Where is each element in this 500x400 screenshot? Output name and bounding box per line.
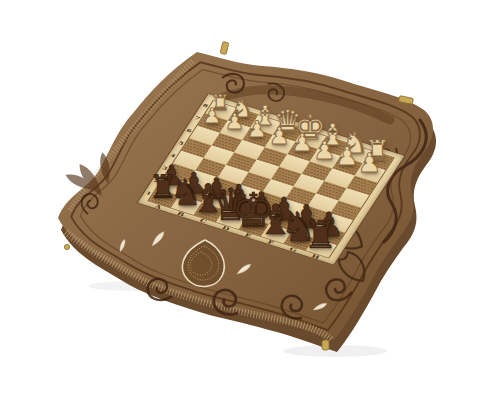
piece-light-pawn-h7[interactable]: ♟	[358, 150, 382, 177]
piece-light-pawn-d7[interactable]: ♟	[269, 124, 290, 147]
piece-light-pawn-e7[interactable]: ♟	[291, 131, 313, 155]
brass-clasp-left-icon	[64, 244, 69, 249]
piece-light-pawn-a7[interactable]: ♟	[203, 105, 222, 126]
piece-light-pawn-f7[interactable]: ♟	[313, 137, 335, 162]
piece-light-pawn-c7[interactable]: ♟	[247, 118, 267, 141]
piece-light-pawn-g7[interactable]: ♟	[335, 144, 358, 170]
piece-dark-rook-h1[interactable]: ♜	[304, 216, 338, 254]
brass-latch-top-icon	[220, 42, 229, 55]
piece-light-pawn-b7[interactable]: ♟	[225, 111, 245, 133]
product-photo: 87654321 ABCDEFGH ♜♞♝♛♚♝♞♜♟♟♟♟♟♟♟♟♟♟♟♟♟♟…	[0, 0, 500, 400]
brass-foot-icon	[322, 340, 329, 350]
